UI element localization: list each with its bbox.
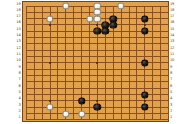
- rank-label-left: 2: [14, 110, 21, 114]
- star-point: [49, 24, 51, 26]
- star-point: [49, 62, 51, 64]
- grid-line-horizontal: [26, 37, 169, 38]
- grid-line-horizontal: [26, 50, 169, 51]
- rank-label-right: 4: [170, 98, 177, 102]
- go-diagram: 1919181817171616151514141313121211111010…: [0, 0, 190, 124]
- black-stone[interactable]: [102, 28, 109, 35]
- black-stone[interactable]: [141, 15, 148, 22]
- rank-label-right: 17: [170, 15, 177, 19]
- rank-label-right: 6: [170, 85, 177, 89]
- rank-label-right: 8: [170, 72, 177, 76]
- white-stone[interactable]: [78, 110, 85, 117]
- rank-label-left: 11: [14, 53, 21, 57]
- rank-label-right: 16: [170, 22, 177, 26]
- white-stone[interactable]: [46, 104, 53, 111]
- rank-label-right: 11: [170, 53, 177, 57]
- rank-label-right: 14: [170, 34, 177, 38]
- rank-label-right: 7: [170, 79, 177, 83]
- star-point: [96, 100, 98, 102]
- grid-line-horizontal: [26, 56, 169, 57]
- grid-line-horizontal: [26, 81, 169, 82]
- rank-label-left: 6: [14, 85, 21, 89]
- black-stone[interactable]: [94, 104, 101, 111]
- rank-label-right: 1: [170, 117, 177, 121]
- white-stone[interactable]: [62, 3, 69, 10]
- white-stone[interactable]: [117, 3, 124, 10]
- star-point: [144, 24, 146, 26]
- rank-label-left: 9: [14, 66, 21, 70]
- white-stone[interactable]: [86, 15, 93, 22]
- rank-label-left: 5: [14, 91, 21, 95]
- rank-label-left: 18: [14, 9, 21, 13]
- grid-line-horizontal: [26, 113, 169, 114]
- star-point: [96, 62, 98, 64]
- rank-label-left: 8: [14, 72, 21, 76]
- rank-label-right: 19: [170, 3, 177, 7]
- black-stone[interactable]: [141, 91, 148, 98]
- black-stone[interactable]: [141, 59, 148, 66]
- grid-line-horizontal: [26, 88, 169, 89]
- black-stone[interactable]: [78, 97, 85, 104]
- white-stone[interactable]: [94, 15, 101, 22]
- rank-label-right: 9: [170, 66, 177, 70]
- rank-label-left: 14: [14, 34, 21, 38]
- star-point: [96, 24, 98, 26]
- rank-label-left: 3: [14, 104, 21, 108]
- rank-label-left: 13: [14, 41, 21, 45]
- rank-label-right: 5: [170, 91, 177, 95]
- grid-line-horizontal: [26, 119, 169, 120]
- black-stone[interactable]: [94, 28, 101, 35]
- rank-label-left: 12: [14, 47, 21, 51]
- black-stone[interactable]: [141, 28, 148, 35]
- rank-label-left: 10: [14, 60, 21, 64]
- rank-label-right: 2: [170, 110, 177, 114]
- rank-label-left: 16: [14, 22, 21, 26]
- grid-line-horizontal: [26, 69, 169, 70]
- rank-label-left: 7: [14, 79, 21, 83]
- rank-label-left: 4: [14, 98, 21, 102]
- go-board[interactable]: [22, 1, 169, 122]
- white-stone[interactable]: [46, 15, 53, 22]
- star-point: [144, 100, 146, 102]
- rank-label-left: 15: [14, 28, 21, 32]
- black-stone[interactable]: [141, 104, 148, 111]
- rank-label-right: 13: [170, 41, 177, 45]
- grid-line-horizontal: [26, 43, 169, 44]
- rank-label-left: 19: [14, 3, 21, 7]
- rank-label-left: 1: [14, 117, 21, 121]
- rank-label-left: 17: [14, 15, 21, 19]
- rank-label-right: 12: [170, 47, 177, 51]
- white-stone[interactable]: [62, 110, 69, 117]
- black-stone[interactable]: [109, 21, 116, 28]
- grid-line-horizontal: [26, 75, 169, 76]
- rank-label-right: 15: [170, 28, 177, 32]
- rank-label-right: 10: [170, 60, 177, 64]
- rank-label-right: 3: [170, 104, 177, 108]
- rank-label-right: 18: [170, 9, 177, 13]
- star-point: [49, 100, 51, 102]
